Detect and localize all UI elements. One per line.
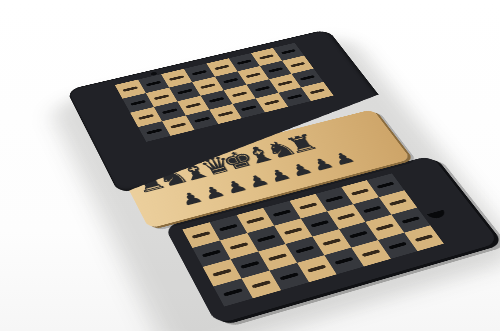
piece-slot bbox=[209, 97, 225, 103]
piece-slot bbox=[257, 235, 275, 242]
piece-slot bbox=[232, 91, 248, 97]
piece-slot bbox=[194, 117, 210, 123]
piece-slot bbox=[295, 246, 314, 253]
piece-slot bbox=[240, 261, 259, 269]
piece-slot bbox=[264, 100, 280, 106]
piece-slot bbox=[177, 89, 193, 94]
piece-slot bbox=[325, 195, 343, 202]
piece-slot bbox=[388, 242, 406, 249]
piece-slot bbox=[170, 123, 186, 129]
piece-slot bbox=[322, 238, 340, 245]
piece-slot bbox=[146, 128, 162, 134]
piece-slot bbox=[307, 265, 326, 273]
piece-slot bbox=[376, 224, 394, 231]
piece-slot bbox=[200, 83, 215, 88]
piece-slot bbox=[389, 199, 407, 206]
piece-slot bbox=[290, 62, 305, 67]
piece-slot bbox=[273, 210, 291, 217]
piece-slot bbox=[241, 105, 257, 111]
piece-slot bbox=[212, 269, 231, 277]
piece-slot bbox=[259, 54, 274, 59]
piece-slot bbox=[217, 111, 233, 117]
piece-slot bbox=[162, 108, 178, 114]
piece-slot bbox=[255, 86, 270, 91]
finger-notch bbox=[427, 210, 447, 220]
piece-slot bbox=[138, 114, 154, 120]
piece-slot bbox=[169, 75, 184, 80]
piece-slot bbox=[268, 67, 283, 72]
piece-slot bbox=[246, 217, 264, 224]
piece-slot bbox=[223, 78, 238, 83]
piece-slot bbox=[219, 224, 237, 231]
piece-slot bbox=[284, 227, 302, 234]
piece-slot bbox=[362, 249, 381, 257]
piece-slot bbox=[309, 89, 324, 94]
piece-slot bbox=[130, 100, 146, 106]
piece-slot bbox=[287, 94, 303, 100]
piece-slot bbox=[185, 103, 201, 109]
piece-slot bbox=[252, 280, 271, 288]
piece-slot bbox=[311, 220, 329, 227]
piece-slot bbox=[268, 253, 287, 261]
piece-slot bbox=[402, 216, 420, 223]
piece-slot bbox=[377, 182, 395, 189]
piece-slot bbox=[202, 250, 221, 258]
piece-slot bbox=[223, 288, 242, 296]
piece-slot bbox=[277, 81, 292, 86]
piece-slot bbox=[351, 189, 369, 196]
piece-slot bbox=[281, 49, 296, 54]
piece-slot bbox=[230, 242, 249, 249]
piece-slot bbox=[280, 272, 299, 280]
piece-slot bbox=[214, 65, 229, 70]
piece-slot bbox=[146, 81, 162, 86]
piece-slot bbox=[337, 213, 355, 220]
piece-slot bbox=[349, 231, 367, 238]
piece-slot bbox=[154, 94, 170, 100]
piece-slot bbox=[192, 70, 207, 75]
piece-slot bbox=[335, 257, 354, 265]
piece-slot bbox=[237, 59, 252, 64]
piece-slot bbox=[122, 86, 138, 91]
piece-slot bbox=[415, 234, 433, 241]
piece-slot bbox=[246, 73, 261, 78]
piece-slot bbox=[300, 75, 315, 80]
piece-slot bbox=[363, 206, 381, 213]
piece-slot bbox=[299, 202, 317, 209]
product-photo[interactable]: ♜♞♝♛♚♝♞♜ ♟♟♟♟♟♟♟♟ bbox=[0, 0, 500, 331]
piece-slot bbox=[192, 231, 210, 238]
